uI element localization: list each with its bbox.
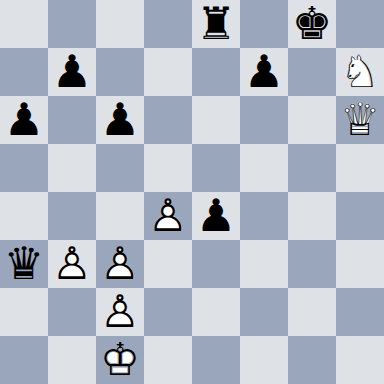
square-h5[interactable] — [336, 144, 384, 192]
white-piece-outline: ♘ — [336, 48, 384, 96]
square-c1[interactable]: ♚♔ — [96, 336, 144, 384]
square-d5[interactable] — [144, 144, 192, 192]
square-d1[interactable] — [144, 336, 192, 384]
square-c2[interactable]: ♟♙ — [96, 288, 144, 336]
square-c7[interactable] — [96, 48, 144, 96]
square-c5[interactable] — [96, 144, 144, 192]
piece-black-pawn[interactable]: ♟ — [48, 48, 96, 96]
piece-white-pawn[interactable]: ♟♙ — [96, 240, 144, 288]
square-g4[interactable] — [288, 192, 336, 240]
square-e6[interactable] — [192, 96, 240, 144]
square-d4[interactable]: ♟♙ — [144, 192, 192, 240]
square-f6[interactable] — [240, 96, 288, 144]
square-b1[interactable] — [48, 336, 96, 384]
white-piece-outline: ♙ — [96, 288, 144, 336]
white-piece-outline: ♕ — [336, 96, 384, 144]
square-h6[interactable]: ♛♕ — [336, 96, 384, 144]
square-g3[interactable] — [288, 240, 336, 288]
square-h4[interactable] — [336, 192, 384, 240]
chess-board: ♜♚♟♟♞♘♟♟♛♕♟♙♟♛♟♙♟♙♟♙♚♔ — [0, 0, 384, 384]
square-c3[interactable]: ♟♙ — [96, 240, 144, 288]
square-e7[interactable] — [192, 48, 240, 96]
square-a1[interactable] — [0, 336, 48, 384]
square-f4[interactable] — [240, 192, 288, 240]
piece-white-king[interactable]: ♚♔ — [96, 336, 144, 384]
square-g8[interactable]: ♚ — [288, 0, 336, 48]
square-h3[interactable] — [336, 240, 384, 288]
square-b5[interactable] — [48, 144, 96, 192]
square-c4[interactable] — [96, 192, 144, 240]
square-h7[interactable]: ♞♘ — [336, 48, 384, 96]
square-e8[interactable]: ♜ — [192, 0, 240, 48]
square-e2[interactable] — [192, 288, 240, 336]
piece-black-king[interactable]: ♚ — [288, 0, 336, 48]
white-piece-outline: ♔ — [96, 336, 144, 384]
white-piece-outline: ♙ — [144, 192, 192, 240]
square-f5[interactable] — [240, 144, 288, 192]
square-a7[interactable] — [0, 48, 48, 96]
square-a6[interactable]: ♟ — [0, 96, 48, 144]
square-h1[interactable] — [336, 336, 384, 384]
square-g5[interactable] — [288, 144, 336, 192]
square-d2[interactable] — [144, 288, 192, 336]
piece-white-knight[interactable]: ♞♘ — [336, 48, 384, 96]
piece-black-rook[interactable]: ♜ — [192, 0, 240, 48]
square-f8[interactable] — [240, 0, 288, 48]
square-b4[interactable] — [48, 192, 96, 240]
piece-black-queen[interactable]: ♛ — [0, 240, 48, 288]
square-d6[interactable] — [144, 96, 192, 144]
square-c6[interactable]: ♟ — [96, 96, 144, 144]
square-f2[interactable] — [240, 288, 288, 336]
square-g1[interactable] — [288, 336, 336, 384]
piece-white-pawn[interactable]: ♟♙ — [144, 192, 192, 240]
piece-black-pawn[interactable]: ♟ — [240, 48, 288, 96]
square-f1[interactable] — [240, 336, 288, 384]
square-a4[interactable] — [0, 192, 48, 240]
square-b6[interactable] — [48, 96, 96, 144]
square-g7[interactable] — [288, 48, 336, 96]
piece-white-pawn[interactable]: ♟♙ — [48, 240, 96, 288]
white-piece-outline: ♙ — [96, 240, 144, 288]
piece-black-pawn[interactable]: ♟ — [96, 96, 144, 144]
square-a8[interactable] — [0, 0, 48, 48]
square-f3[interactable] — [240, 240, 288, 288]
piece-black-pawn[interactable]: ♟ — [0, 96, 48, 144]
square-a2[interactable] — [0, 288, 48, 336]
square-e5[interactable] — [192, 144, 240, 192]
square-b8[interactable] — [48, 0, 96, 48]
square-h8[interactable] — [336, 0, 384, 48]
square-b3[interactable]: ♟♙ — [48, 240, 96, 288]
square-e3[interactable] — [192, 240, 240, 288]
square-d7[interactable] — [144, 48, 192, 96]
square-f7[interactable]: ♟ — [240, 48, 288, 96]
square-b2[interactable] — [48, 288, 96, 336]
white-piece-outline: ♙ — [48, 240, 96, 288]
piece-black-pawn[interactable]: ♟ — [192, 192, 240, 240]
piece-white-queen[interactable]: ♛♕ — [336, 96, 384, 144]
square-d3[interactable] — [144, 240, 192, 288]
square-e4[interactable]: ♟ — [192, 192, 240, 240]
square-g2[interactable] — [288, 288, 336, 336]
square-a3[interactable]: ♛ — [0, 240, 48, 288]
piece-white-pawn[interactable]: ♟♙ — [96, 288, 144, 336]
square-d8[interactable] — [144, 0, 192, 48]
square-h2[interactable] — [336, 288, 384, 336]
square-b7[interactable]: ♟ — [48, 48, 96, 96]
square-g6[interactable] — [288, 96, 336, 144]
square-e1[interactable] — [192, 336, 240, 384]
square-a5[interactable] — [0, 144, 48, 192]
square-c8[interactable] — [96, 0, 144, 48]
